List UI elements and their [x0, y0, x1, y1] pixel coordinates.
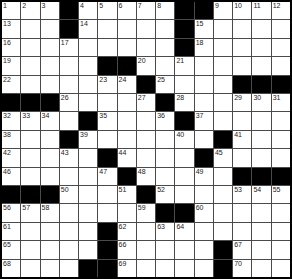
clue-number-27: 27 [138, 94, 146, 102]
cell-r6c14[interactable]: 30 [252, 94, 270, 111]
cell-r6c4[interactable]: 26 [60, 94, 78, 111]
cell-r8c7[interactable] [118, 131, 136, 148]
cell-r14c15[interactable] [272, 241, 290, 258]
cell-r2c9[interactable] [156, 20, 174, 37]
cell-r10c6[interactable]: 47 [98, 168, 116, 185]
clue-number-59: 59 [138, 204, 146, 212]
black-cell-r3c10 [175, 39, 193, 56]
cell-r3c15[interactable] [272, 39, 290, 56]
cell-r8c1[interactable]: 38 [2, 131, 20, 148]
cell-r5c7[interactable]: 24 [118, 76, 136, 93]
cell-r11c7[interactable]: 51 [118, 186, 136, 203]
cell-r9c9[interactable] [156, 149, 174, 166]
cell-r10c8[interactable]: 48 [137, 168, 155, 185]
cell-r4c5[interactable] [79, 57, 97, 74]
cell-r8c15[interactable] [272, 131, 290, 148]
cell-r9c8[interactable] [137, 149, 155, 166]
cell-r13c11[interactable] [195, 223, 213, 240]
clue-number-32: 32 [3, 112, 11, 120]
clue-number-60: 60 [196, 204, 204, 212]
clue-number-34: 34 [42, 112, 50, 120]
cell-r13c4[interactable] [60, 223, 78, 240]
clue-number-23: 23 [99, 76, 107, 84]
cell-r11c12[interactable] [214, 186, 232, 203]
cell-r4c15[interactable] [272, 57, 290, 74]
clue-number-30: 30 [253, 94, 261, 102]
cell-r1c12[interactable]: 9 [214, 2, 232, 19]
cell-r15c11[interactable] [195, 260, 213, 277]
cell-r15c7[interactable]: 69 [118, 260, 136, 277]
black-cell-r8c12 [214, 131, 232, 148]
cell-r12c12[interactable] [214, 204, 232, 221]
cell-r12c11[interactable]: 60 [195, 204, 213, 221]
cell-r14c10[interactable] [175, 241, 193, 258]
clue-number-20: 20 [138, 57, 146, 65]
cell-r13c2[interactable] [21, 223, 39, 240]
clue-number-53: 53 [234, 186, 242, 194]
clue-number-21: 21 [176, 57, 184, 65]
cell-r8c3[interactable] [41, 131, 59, 148]
black-cell-r11c2 [21, 186, 39, 203]
cell-r4c8[interactable]: 20 [137, 57, 155, 74]
cell-r11c4[interactable]: 50 [60, 186, 78, 203]
clue-number-45: 45 [215, 149, 223, 157]
cell-r2c13[interactable] [233, 20, 251, 37]
black-cell-r5c14 [252, 76, 270, 93]
clue-number-18: 18 [196, 39, 204, 47]
cell-r10c3[interactable] [41, 168, 59, 185]
black-cell-r1c10 [175, 2, 193, 19]
black-cell-r4c6 [98, 57, 116, 74]
cell-r1c1[interactable]: 1 [2, 2, 20, 19]
clue-number-11: 11 [253, 2, 260, 10]
cell-r8c5[interactable]: 39 [79, 131, 97, 148]
cell-r10c9[interactable] [156, 168, 174, 185]
cell-r11c6[interactable] [98, 186, 116, 203]
cell-r7c14[interactable] [252, 112, 270, 129]
cell-r10c2[interactable] [21, 168, 39, 185]
cell-r3c11[interactable]: 18 [195, 39, 213, 56]
cell-r13c13[interactable] [233, 223, 251, 240]
clue-number-62: 62 [119, 223, 127, 231]
clue-number-12: 12 [273, 2, 281, 10]
cell-r14c8[interactable] [137, 241, 155, 258]
cell-r7c9[interactable]: 36 [156, 112, 174, 129]
cell-r11c11[interactable] [195, 186, 213, 203]
cell-r5c4[interactable] [60, 76, 78, 93]
black-cell-r10c14 [252, 168, 270, 185]
cell-r14c9[interactable] [156, 241, 174, 258]
clue-number-70: 70 [234, 260, 242, 268]
cell-r2c5[interactable]: 14 [79, 20, 97, 37]
cell-r12c2[interactable]: 57 [21, 204, 39, 221]
clue-number-54: 54 [253, 186, 261, 194]
cell-r12c1[interactable]: 56 [2, 204, 20, 221]
clue-number-3: 3 [42, 2, 46, 10]
black-cell-r2c10 [175, 20, 193, 37]
cell-r15c8[interactable] [137, 260, 155, 277]
cell-r13c8[interactable] [137, 223, 155, 240]
clue-number-40: 40 [176, 131, 184, 139]
black-cell-r14c12 [214, 241, 232, 258]
cell-r15c10[interactable] [175, 260, 193, 277]
cell-r7c1[interactable]: 32 [2, 112, 20, 129]
black-cell-r5c8 [137, 76, 155, 93]
cell-r13c5[interactable] [79, 223, 97, 240]
cell-r10c1[interactable]: 46 [2, 168, 20, 185]
black-cell-r5c13 [233, 76, 251, 93]
clue-number-58: 58 [42, 204, 50, 212]
cell-r10c5[interactable] [79, 168, 97, 185]
black-cell-r10c15 [272, 168, 290, 185]
cell-r1c15[interactable]: 12 [272, 2, 290, 19]
cell-r3c14[interactable] [252, 39, 270, 56]
clue-number-50: 50 [61, 186, 69, 194]
clue-number-5: 5 [99, 2, 103, 10]
clue-number-10: 10 [234, 2, 242, 10]
clue-number-29: 29 [234, 94, 242, 102]
clue-number-7: 7 [138, 2, 142, 10]
cell-r13c14[interactable] [252, 223, 270, 240]
clue-number-44: 44 [119, 149, 127, 157]
cell-r3c9[interactable] [156, 39, 174, 56]
cell-r7c12[interactable] [214, 112, 232, 129]
cell-r1c3[interactable]: 3 [41, 2, 59, 19]
cell-r4c1[interactable]: 19 [2, 57, 20, 74]
clue-number-51: 51 [119, 186, 127, 194]
clue-number-35: 35 [99, 112, 107, 120]
cell-r6c11[interactable] [195, 94, 213, 111]
clue-number-38: 38 [3, 131, 11, 139]
cell-r14c7[interactable]: 66 [118, 241, 136, 258]
black-cell-r6c3 [41, 94, 59, 111]
cell-r5c5[interactable] [79, 76, 97, 93]
cell-r8c13[interactable]: 41 [233, 131, 251, 148]
clue-number-66: 66 [119, 241, 127, 249]
cell-r9c15[interactable] [272, 149, 290, 166]
black-cell-r10c7 [118, 168, 136, 185]
cell-r3c13[interactable] [233, 39, 251, 56]
clue-number-24: 24 [119, 76, 127, 84]
cell-r3c6[interactable] [98, 39, 116, 56]
cell-r5c6[interactable]: 23 [98, 76, 116, 93]
cell-r10c12[interactable] [214, 168, 232, 185]
cell-r3c2[interactable] [21, 39, 39, 56]
cell-r9c10[interactable] [175, 149, 193, 166]
cell-r3c5[interactable] [79, 39, 97, 56]
cell-r6c7[interactable] [118, 94, 136, 111]
cell-r3c7[interactable] [118, 39, 136, 56]
clue-number-57: 57 [22, 204, 30, 212]
cell-r4c12[interactable] [214, 57, 232, 74]
black-cell-r6c1 [2, 94, 20, 111]
clue-number-69: 69 [119, 260, 127, 268]
cell-r9c3[interactable] [41, 149, 59, 166]
black-cell-r2c4 [60, 20, 78, 37]
cell-r4c4[interactable] [60, 57, 78, 74]
cell-r12c4[interactable] [60, 204, 78, 221]
black-cell-r10c13 [233, 168, 251, 185]
cell-r13c15[interactable] [272, 223, 290, 240]
cell-r8c6[interactable] [98, 131, 116, 148]
clue-number-46: 46 [3, 168, 11, 176]
black-cell-r6c9 [156, 94, 174, 111]
cell-r5c3[interactable] [41, 76, 59, 93]
cell-r3c12[interactable] [214, 39, 232, 56]
cell-r2c12[interactable] [214, 20, 232, 37]
clue-number-8: 8 [157, 2, 161, 10]
clue-number-2: 2 [22, 2, 26, 10]
cell-r8c2[interactable] [21, 131, 39, 148]
black-cell-r8c4 [60, 131, 78, 148]
cell-r4c2[interactable] [21, 57, 39, 74]
clue-number-68: 68 [3, 260, 11, 268]
cell-r4c14[interactable] [252, 57, 270, 74]
cell-r9c5[interactable] [79, 149, 97, 166]
clue-number-19: 19 [3, 57, 11, 65]
cell-r3c4[interactable]: 17 [60, 39, 78, 56]
cell-r14c1[interactable]: 65 [2, 241, 20, 258]
cell-r9c14[interactable] [252, 149, 270, 166]
cell-r14c13[interactable]: 67 [233, 241, 251, 258]
cell-r5c9[interactable]: 25 [156, 76, 174, 93]
clue-number-16: 16 [3, 39, 11, 47]
cell-r14c2[interactable] [21, 241, 39, 258]
clue-number-49: 49 [196, 168, 204, 176]
cell-r5c2[interactable] [21, 76, 39, 93]
cell-r13c10[interactable]: 64 [175, 223, 193, 240]
cell-r1c6[interactable]: 5 [98, 2, 116, 19]
clue-number-41: 41 [234, 131, 242, 139]
clue-number-4: 4 [80, 2, 84, 10]
black-cell-r15c12 [214, 260, 232, 277]
cell-r12c14[interactable] [252, 204, 270, 221]
cell-r15c15[interactable] [272, 260, 290, 277]
cell-r5c11[interactable] [195, 76, 213, 93]
cell-r8c9[interactable] [156, 131, 174, 148]
cell-r7c4[interactable] [60, 112, 78, 129]
crossword-board: 1234567891011121314151617181920212223242… [0, 0, 292, 279]
clue-number-56: 56 [3, 204, 11, 212]
cell-r6c13[interactable]: 29 [233, 94, 251, 111]
cell-r1c7[interactable]: 6 [118, 2, 136, 19]
cell-r15c1[interactable]: 68 [2, 260, 20, 277]
clue-number-13: 13 [3, 20, 11, 28]
black-cell-r6c2 [21, 94, 39, 111]
cell-r6c5[interactable] [79, 94, 97, 111]
cell-r11c13[interactable]: 53 [233, 186, 251, 203]
cell-r10c10[interactable] [175, 168, 193, 185]
cell-r12c13[interactable] [233, 204, 251, 221]
black-cell-r1c11 [195, 2, 213, 19]
cell-r8c11[interactable] [195, 131, 213, 148]
cell-r7c6[interactable]: 35 [98, 112, 116, 129]
cell-r15c13[interactable]: 70 [233, 260, 251, 277]
clue-number-25: 25 [157, 76, 165, 84]
cell-r4c11[interactable] [195, 57, 213, 74]
black-cell-r9c6 [98, 149, 116, 166]
clue-number-15: 15 [196, 20, 204, 28]
cell-r1c14[interactable]: 11 [252, 2, 270, 19]
cell-r3c3[interactable] [41, 39, 59, 56]
clue-number-6: 6 [119, 2, 123, 10]
clue-number-39: 39 [80, 131, 88, 139]
black-cell-r7c10 [175, 112, 193, 129]
cell-r3c8[interactable] [137, 39, 155, 56]
clue-number-63: 63 [157, 223, 165, 231]
clue-number-31: 31 [273, 94, 281, 102]
clue-number-61: 61 [3, 223, 11, 231]
cell-r1c8[interactable]: 7 [137, 2, 155, 19]
clue-number-28: 28 [176, 94, 184, 102]
cell-r7c3[interactable]: 34 [41, 112, 59, 129]
cell-r7c7[interactable] [118, 112, 136, 129]
black-cell-r11c8 [137, 186, 155, 203]
cell-r2c15[interactable] [272, 20, 290, 37]
black-cell-r4c7 [118, 57, 136, 74]
cell-r7c2[interactable]: 33 [21, 112, 39, 129]
cell-r13c3[interactable] [41, 223, 59, 240]
cell-r8c8[interactable] [137, 131, 155, 148]
cell-r12c5[interactable] [79, 204, 97, 221]
cell-r10c4[interactable] [60, 168, 78, 185]
cell-r9c13[interactable] [233, 149, 251, 166]
cell-r12c8[interactable]: 59 [137, 204, 155, 221]
clue-number-55: 55 [273, 186, 281, 194]
crossword-page: 1234567891011121314151617181920212223242… [0, 0, 292, 279]
black-cell-r12c10 [175, 204, 193, 221]
cell-r12c6[interactable] [98, 204, 116, 221]
cell-r13c12[interactable] [214, 223, 232, 240]
cell-r1c9[interactable]: 8 [156, 2, 174, 19]
clue-number-47: 47 [99, 168, 107, 176]
cell-r2c11[interactable]: 15 [195, 20, 213, 37]
cell-r8c14[interactable] [252, 131, 270, 148]
cell-r5c10[interactable] [175, 76, 193, 93]
cell-r6c6[interactable] [98, 94, 116, 111]
cell-r9c12[interactable]: 45 [214, 149, 232, 166]
cell-r9c2[interactable] [21, 149, 39, 166]
cell-r11c14[interactable]: 54 [252, 186, 270, 203]
cell-r9c7[interactable]: 44 [118, 149, 136, 166]
clue-number-42: 42 [3, 149, 11, 157]
clue-number-64: 64 [176, 223, 184, 231]
clue-number-67: 67 [234, 241, 242, 249]
clue-number-48: 48 [138, 168, 146, 176]
cell-r6c10[interactable]: 28 [175, 94, 193, 111]
clue-number-9: 9 [215, 2, 219, 10]
black-cell-r5c15 [272, 76, 290, 93]
cell-r14c4[interactable] [60, 241, 78, 258]
clue-number-52: 52 [157, 186, 165, 194]
cell-r11c10[interactable] [175, 186, 193, 203]
cell-r4c10[interactable]: 21 [175, 57, 193, 74]
cell-r11c15[interactable]: 55 [272, 186, 290, 203]
cell-r7c8[interactable] [137, 112, 155, 129]
cell-r13c9[interactable]: 63 [156, 223, 174, 240]
cell-r8c10[interactable]: 40 [175, 131, 193, 148]
clue-number-14: 14 [80, 20, 88, 28]
cell-r2c1[interactable]: 13 [2, 20, 20, 37]
cell-r2c7[interactable] [118, 20, 136, 37]
cell-r1c5[interactable]: 4 [79, 2, 97, 19]
cell-r1c13[interactable]: 10 [233, 2, 251, 19]
cell-r7c11[interactable]: 37 [195, 112, 213, 129]
black-cell-r1c4 [60, 2, 78, 19]
black-cell-r9c11 [195, 149, 213, 166]
black-cell-r12c9 [156, 204, 174, 221]
cell-r9c1[interactable]: 42 [2, 149, 20, 166]
cell-r4c3[interactable] [41, 57, 59, 74]
cell-r6c12[interactable] [214, 94, 232, 111]
cell-r7c15[interactable] [272, 112, 290, 129]
cell-r2c14[interactable] [252, 20, 270, 37]
cell-r5c1[interactable]: 22 [2, 76, 20, 93]
cell-r6c15[interactable]: 31 [272, 94, 290, 111]
black-cell-r14c6 [98, 241, 116, 258]
black-cell-r11c1 [2, 186, 20, 203]
black-cell-r7c5 [79, 112, 97, 129]
clue-number-33: 33 [22, 112, 30, 120]
cell-r2c6[interactable] [98, 20, 116, 37]
cell-r15c4[interactable] [60, 260, 78, 277]
cell-r11c5[interactable] [79, 186, 97, 203]
clue-number-65: 65 [3, 241, 11, 249]
cell-r6c8[interactable]: 27 [137, 94, 155, 111]
cell-r14c14[interactable] [252, 241, 270, 258]
cell-r1c2[interactable]: 2 [21, 2, 39, 19]
cell-r4c13[interactable] [233, 57, 251, 74]
cell-r13c7[interactable]: 62 [118, 223, 136, 240]
cell-r15c3[interactable] [41, 260, 59, 277]
cell-r9c4[interactable]: 43 [60, 149, 78, 166]
cell-r15c9[interactable] [156, 260, 174, 277]
clue-number-36: 36 [157, 112, 165, 120]
cell-r2c8[interactable] [137, 20, 155, 37]
clue-number-26: 26 [61, 94, 69, 102]
cell-r12c3[interactable]: 58 [41, 204, 59, 221]
clue-number-1: 1 [3, 2, 7, 10]
cell-r12c15[interactable] [272, 204, 290, 221]
cell-r3c1[interactable]: 16 [2, 39, 20, 56]
cell-r4c9[interactable] [156, 57, 174, 74]
cell-r15c2[interactable] [21, 260, 39, 277]
cell-r14c5[interactable] [79, 241, 97, 258]
cell-r15c14[interactable] [252, 260, 270, 277]
cell-r7c13[interactable] [233, 112, 251, 129]
black-cell-r15c6 [98, 260, 116, 277]
clue-number-37: 37 [196, 112, 204, 120]
clue-number-17: 17 [61, 39, 69, 47]
clue-number-22: 22 [3, 76, 11, 84]
black-cell-r13c6 [98, 223, 116, 240]
black-cell-r15c5 [79, 260, 97, 277]
cell-r12c7[interactable] [118, 204, 136, 221]
cell-r5c12[interactable] [214, 76, 232, 93]
cell-r10c11[interactable]: 49 [195, 168, 213, 185]
cell-r14c11[interactable] [195, 241, 213, 258]
cell-r2c2[interactable] [21, 20, 39, 37]
cell-r11c9[interactable]: 52 [156, 186, 174, 203]
cell-r14c3[interactable] [41, 241, 59, 258]
cell-r2c3[interactable] [41, 20, 59, 37]
clue-number-43: 43 [61, 149, 69, 157]
cell-r13c1[interactable]: 61 [2, 223, 20, 240]
black-cell-r11c3 [41, 186, 59, 203]
